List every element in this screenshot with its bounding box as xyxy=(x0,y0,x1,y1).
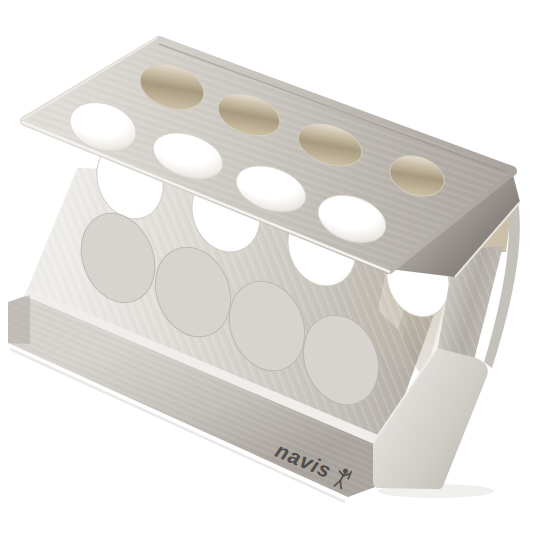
photo-canvas: navis xyxy=(0,0,533,533)
product-photo: navis xyxy=(0,0,533,533)
base-left-end-cap xyxy=(8,295,30,344)
